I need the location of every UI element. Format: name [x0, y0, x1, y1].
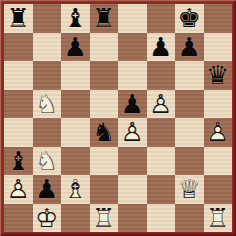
square-b7[interactable]: [33, 33, 62, 62]
square-h1[interactable]: ♜♖: [204, 204, 233, 233]
square-b2[interactable]: ♟: [33, 175, 62, 204]
square-f2[interactable]: [147, 175, 176, 204]
square-e7[interactable]: [118, 33, 147, 62]
square-a8[interactable]: ♜: [4, 4, 33, 33]
square-e1[interactable]: [118, 204, 147, 233]
square-f5[interactable]: ♟♙: [147, 90, 176, 119]
chess-board: ♜♝♜♚♟♟♟♛♞♘♟♟♙♞♟♙♟♙♝♞♘♟♙♟♝♗♛♕♚♔♜♖♜♖: [4, 4, 232, 232]
white-rook-piece: ♜♖: [204, 204, 233, 233]
white-bishop-piece: ♝♗: [61, 175, 90, 204]
square-f8[interactable]: [147, 4, 176, 33]
square-a2[interactable]: ♟♙: [4, 175, 33, 204]
square-h4[interactable]: ♟♙: [204, 118, 233, 147]
square-a6[interactable]: [4, 61, 33, 90]
square-f1[interactable]: [147, 204, 176, 233]
square-c3[interactable]: [61, 147, 90, 176]
white-rook-piece: ♜♖: [90, 204, 119, 233]
white-pawn-piece: ♟♙: [4, 175, 33, 204]
square-b6[interactable]: [33, 61, 62, 90]
square-d5[interactable]: [90, 90, 119, 119]
square-e4[interactable]: ♟♙: [118, 118, 147, 147]
square-e6[interactable]: [118, 61, 147, 90]
white-queen-piece: ♛♕: [175, 175, 204, 204]
square-c7[interactable]: ♟: [61, 33, 90, 62]
square-g1[interactable]: [175, 204, 204, 233]
white-king-piece: ♚♔: [33, 204, 62, 233]
square-a4[interactable]: [4, 118, 33, 147]
black-bishop-piece: ♝: [61, 4, 90, 33]
square-e5[interactable]: ♟: [118, 90, 147, 119]
square-h6[interactable]: ♛: [204, 61, 233, 90]
square-b3[interactable]: ♞♘: [33, 147, 62, 176]
black-queen-piece: ♛: [204, 61, 233, 90]
black-king-piece: ♚: [175, 4, 204, 33]
square-g8[interactable]: ♚: [175, 4, 204, 33]
white-knight-piece: ♞♘: [33, 147, 62, 176]
white-pawn-piece: ♟♙: [118, 118, 147, 147]
square-h8[interactable]: [204, 4, 233, 33]
square-h7[interactable]: [204, 33, 233, 62]
square-g7[interactable]: ♟: [175, 33, 204, 62]
square-c8[interactable]: ♝: [61, 4, 90, 33]
white-pawn-piece: ♟♙: [204, 118, 233, 147]
square-g6[interactable]: [175, 61, 204, 90]
square-c2[interactable]: ♝♗: [61, 175, 90, 204]
square-d3[interactable]: [90, 147, 119, 176]
square-f3[interactable]: [147, 147, 176, 176]
square-c1[interactable]: [61, 204, 90, 233]
square-g4[interactable]: [175, 118, 204, 147]
black-pawn-piece: ♟: [33, 175, 62, 204]
square-d4[interactable]: ♞: [90, 118, 119, 147]
square-b1[interactable]: ♚♔: [33, 204, 62, 233]
square-h2[interactable]: [204, 175, 233, 204]
square-h3[interactable]: [204, 147, 233, 176]
square-e3[interactable]: [118, 147, 147, 176]
square-e8[interactable]: [118, 4, 147, 33]
black-pawn-piece: ♟: [118, 90, 147, 119]
black-pawn-piece: ♟: [147, 33, 176, 62]
square-d1[interactable]: ♜♖: [90, 204, 119, 233]
black-pawn-piece: ♟: [175, 33, 204, 62]
square-h5[interactable]: [204, 90, 233, 119]
square-a5[interactable]: [4, 90, 33, 119]
black-rook-piece: ♜: [90, 4, 119, 33]
square-f6[interactable]: [147, 61, 176, 90]
square-f7[interactable]: ♟: [147, 33, 176, 62]
square-d2[interactable]: [90, 175, 119, 204]
square-d8[interactable]: ♜: [90, 4, 119, 33]
square-a7[interactable]: [4, 33, 33, 62]
square-c6[interactable]: [61, 61, 90, 90]
square-g2[interactable]: ♛♕: [175, 175, 204, 204]
square-g5[interactable]: [175, 90, 204, 119]
square-d6[interactable]: [90, 61, 119, 90]
square-b4[interactable]: [33, 118, 62, 147]
black-bishop-piece: ♝: [4, 147, 33, 176]
square-a1[interactable]: [4, 204, 33, 233]
square-b8[interactable]: [33, 4, 62, 33]
square-c5[interactable]: [61, 90, 90, 119]
square-b5[interactable]: ♞♘: [33, 90, 62, 119]
black-pawn-piece: ♟: [61, 33, 90, 62]
square-f4[interactable]: [147, 118, 176, 147]
square-c4[interactable]: [61, 118, 90, 147]
black-knight-piece: ♞: [90, 118, 119, 147]
square-a3[interactable]: ♝: [4, 147, 33, 176]
black-rook-piece: ♜: [4, 4, 33, 33]
board-frame: ♜♝♜♚♟♟♟♛♞♘♟♟♙♞♟♙♟♙♝♞♘♟♙♟♝♗♛♕♚♔♜♖♜♖: [0, 0, 236, 236]
white-knight-piece: ♞♘: [33, 90, 62, 119]
square-g3[interactable]: [175, 147, 204, 176]
white-pawn-piece: ♟♙: [147, 90, 176, 119]
square-d7[interactable]: [90, 33, 119, 62]
square-e2[interactable]: [118, 175, 147, 204]
